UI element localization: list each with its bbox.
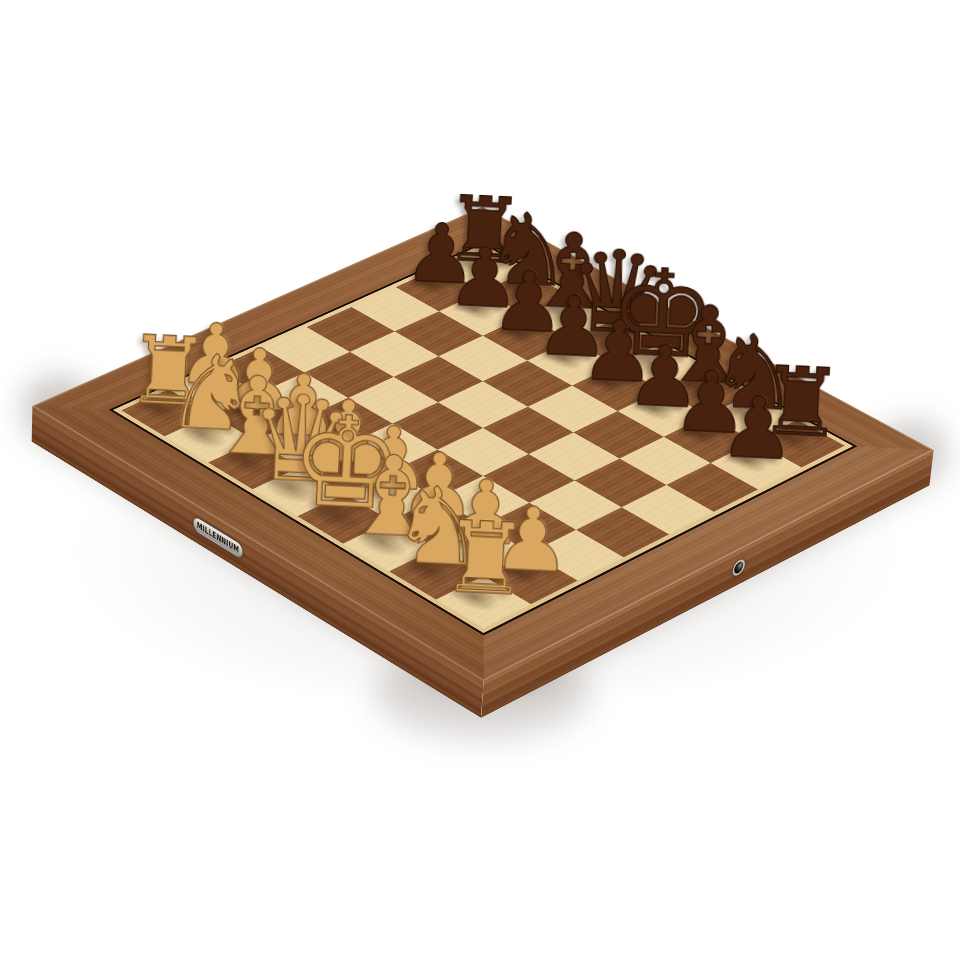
- white-rook-glyph: ♜: [439, 507, 532, 610]
- black-pawn-glyph: ♟: [718, 384, 798, 472]
- piece-billboard: ♟: [696, 303, 824, 468]
- board-3d-scene: MILLENNIUM ♜♞♝♛♚♝♞♜♟♟♟♟♟♟♟♟♟♟♟♟♟♟♟♟♜♞♝♛♚…: [0, 0, 960, 960]
- connector-port-icon: [732, 557, 745, 578]
- chess-board: MILLENNIUM ♜♞♝♛♚♝♞♜♟♟♟♟♟♟♟♟♟♟♟♟♟♟♟♟♜♞♝♛♚…: [32, 207, 933, 681]
- scene: MILLENNIUM ♜♞♝♛♚♝♞♜♟♟♟♟♟♟♟♟♟♟♟♟♟♟♟♟♜♞♝♛♚…: [0, 0, 960, 960]
- piece-billboard: ♜: [421, 433, 555, 605]
